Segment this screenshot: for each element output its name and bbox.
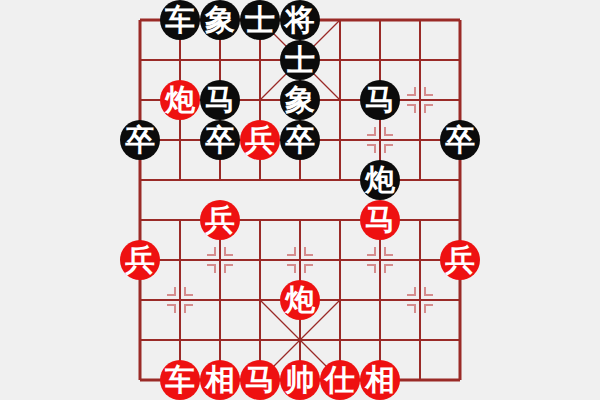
piece-red-chariot[interactable]: 车 — [160, 360, 200, 400]
piece-black-advisor[interactable]: 士 — [280, 40, 320, 80]
piece-black-pawn[interactable]: 卒 — [200, 120, 240, 160]
piece-red-pawn[interactable]: 兵 — [440, 240, 480, 280]
piece-black-elephant[interactable]: 象 — [280, 80, 320, 120]
piece-black-elephant[interactable]: 象 — [200, 0, 240, 40]
piece-red-general[interactable]: 帅 — [280, 360, 320, 400]
piece-black-pawn[interactable]: 卒 — [280, 120, 320, 160]
piece-black-cannon[interactable]: 炮 — [360, 160, 400, 200]
xiangqi-board[interactable]: 车象士将士炮马象马卒卒兵卒卒炮兵马兵兵炮车相马帅仕相 — [0, 0, 600, 400]
piece-red-cannon[interactable]: 炮 — [280, 280, 320, 320]
piece-red-pawn[interactable]: 兵 — [120, 240, 160, 280]
piece-black-general[interactable]: 将 — [280, 0, 320, 40]
piece-red-elephant[interactable]: 相 — [200, 360, 240, 400]
xiangqi-app-background: 车象士将士炮马象马卒卒兵卒卒炮兵马兵兵炮车相马帅仕相 — [0, 0, 600, 400]
piece-black-advisor[interactable]: 士 — [240, 0, 280, 40]
piece-black-pawn[interactable]: 卒 — [440, 120, 480, 160]
piece-red-pawn[interactable]: 兵 — [200, 200, 240, 240]
piece-red-pawn[interactable]: 兵 — [240, 120, 280, 160]
piece-black-horse[interactable]: 马 — [200, 80, 240, 120]
piece-black-pawn[interactable]: 卒 — [120, 120, 160, 160]
piece-red-horse[interactable]: 马 — [360, 200, 400, 240]
piece-red-advisor[interactable]: 仕 — [320, 360, 360, 400]
piece-black-chariot[interactable]: 车 — [160, 0, 200, 40]
piece-black-horse[interactable]: 马 — [360, 80, 400, 120]
piece-red-cannon[interactable]: 炮 — [160, 80, 200, 120]
piece-red-elephant[interactable]: 相 — [360, 360, 400, 400]
piece-red-horse[interactable]: 马 — [240, 360, 280, 400]
